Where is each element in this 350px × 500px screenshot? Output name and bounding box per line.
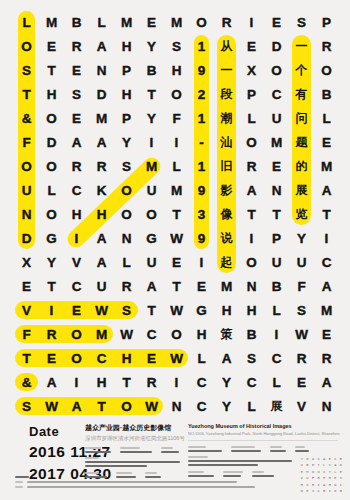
grid-cell: L [239,106,264,130]
grid-cell: L [189,346,214,370]
grid-cell: 一 [214,58,239,82]
grid-cell: 旧 [214,154,239,178]
grid-cell: B [239,322,264,346]
grid-cell: R [289,346,314,370]
fine-print-line [85,472,99,474]
grid-cell: H [189,322,214,346]
grid-cell: M [164,10,189,34]
grid-cell: F [164,106,189,130]
grid-cell: C [64,274,89,298]
grid-cell: M [214,274,239,298]
fine-print-line [85,461,180,463]
grid-cell: S [239,346,264,370]
credit-col [188,446,222,452]
footer: Date 2016 11.27 2017 04.30 越众产业园·越众历史影像馆… [0,418,350,500]
grid-cell: X [14,250,39,274]
grid-cell: O [139,202,164,226]
grid-cell: R [314,346,339,370]
grid-cell: E [139,346,164,370]
grid-cell: O [114,178,139,202]
fine-print-line [188,471,204,473]
grid-cell: S [289,10,314,34]
grid-cell: O [189,10,214,34]
fine-print-line [188,446,206,448]
grid-cell: R [214,10,239,34]
grid-cell: I [164,130,189,154]
grid-cell: E [314,130,339,154]
fine-print-line [145,472,157,474]
credit-col [120,447,152,453]
fine-print-line [188,456,208,458]
grid-cell: 潮 [214,106,239,130]
grid-cell: N [314,394,339,418]
grid-cell: C [264,82,289,106]
fine-print-line [295,450,309,452]
grid-cell: 说 [214,226,239,250]
fine-print-line [15,486,23,488]
grid-cell: N [239,274,264,298]
grid-cell: N [164,394,189,418]
fine-print-line [85,457,99,459]
grid-cell: S [289,298,314,322]
grid-cell: K [89,178,114,202]
grid-cell: O [164,322,189,346]
grid-cell: F [14,130,39,154]
grid-cell: U [289,250,314,274]
grid-cell: M [314,298,339,322]
fine-print-line [120,451,152,453]
grid-cell: T [314,202,339,226]
grid-cell: L [314,106,339,130]
grid-cell: I [264,322,289,346]
grid-cell: M [39,10,64,34]
grid-cell: E [39,346,64,370]
grid-cell: L [39,178,64,202]
grid-cell: M [264,130,289,154]
fine-print-line [270,446,282,448]
grid-cell: 起 [214,250,239,274]
grid-cell: E [314,322,339,346]
grid-cell: O [264,58,289,82]
grid-cell: B [264,274,289,298]
fine-print-line [85,451,111,453]
grid-cell: T [239,202,264,226]
grid-cell: E [39,34,64,58]
grid-cell: T [264,202,289,226]
grid-cell: - [189,130,214,154]
grid-cell: M [114,10,139,34]
grid-cell: C [139,322,164,346]
grid-cell: A [64,130,89,154]
grid-cell: I [164,370,189,394]
grid-cell: Y [39,250,64,274]
grid-cell: O [239,250,264,274]
grid-cell: W [139,394,164,418]
grid-cell: O [14,34,39,58]
footnotes [15,476,265,488]
grid-cell: 有 [289,82,314,106]
grid-cell: I [64,370,89,394]
grid-cell: O [114,394,139,418]
grid-cell: L [89,10,114,34]
grid-cell: R [64,34,89,58]
grid-cell: L [14,10,39,34]
grid-cell: B [314,82,339,106]
grid-cell: A [89,250,114,274]
fine-print-line [85,465,147,467]
footnote-line [15,481,265,483]
grid-cell: R [114,274,139,298]
grid-cell: E [64,58,89,82]
fine-print-line [188,464,258,466]
grid-cell: O [64,322,89,346]
grid-cell: R [139,370,164,394]
grid-cell: T [89,394,114,418]
grid-cell: Y [214,394,239,418]
grid-cell: E [264,10,289,34]
grid-cell: T [164,274,189,298]
fine-print-line [161,451,179,453]
grid-cell: 1 [189,34,214,58]
grid-cell: 从 [214,34,239,58]
grid-cell: W [164,226,189,250]
fine-print-line [270,450,286,452]
grid-cell: 9 [189,178,214,202]
word-search-grid: LMBLMEMORIESPOERAHYS1从ED一RSTENPBH9一XO个OT… [14,10,339,418]
grid-cell: E [239,34,264,58]
grid-cell: 题 [289,130,314,154]
grid-cell: O [39,202,64,226]
grid-cell: M [314,154,339,178]
grid-cell: 影 [214,178,239,202]
credit-col [85,447,111,453]
grid-cell: R [64,154,89,178]
grid-cell: C [89,346,114,370]
grid-cell: W [164,346,189,370]
grid-cell: D [39,130,64,154]
grid-cell: C [189,370,214,394]
fine-print-line [231,446,255,448]
grid-cell: A [64,394,89,418]
fine-print-line [15,476,29,478]
grid-cell: 1 [189,106,214,130]
grid-cell: 展 [289,178,314,202]
grid-cell: H [239,298,264,322]
grid-cell: M [89,106,114,130]
grid-cell: 一 [289,34,314,58]
grid-cell: U [139,178,164,202]
grid-cell: Y [214,370,239,394]
grid-cell: Y [114,130,139,154]
grid-cell: O [14,154,39,178]
credit-col [270,446,286,452]
grid-cell: M [89,322,114,346]
grid-cell: E [264,154,289,178]
grid-cell: S [114,298,139,322]
grid-cell: O [239,130,264,154]
grid-cell: I [189,250,214,274]
grid-cell: M [139,154,164,178]
grid-cell: O [64,346,89,370]
grid-cell: 3 [189,202,214,226]
grid-cell: T [164,202,189,226]
grid-cell: A [314,370,339,394]
grid-cell: I [239,226,264,250]
credits-zh-row-1 [85,447,185,453]
grid-cell: E [289,370,314,394]
fine-print-line [27,481,237,483]
fine-print-line [188,460,292,462]
grid-cell: H [64,202,89,226]
credit-col [231,446,261,452]
venue-name-en: Yuezhong Museum of Historical Images [188,423,345,429]
venue-name-zh: 越众产业园·越众历史影像馆 [85,423,185,433]
grid-cell: E [14,274,39,298]
fine-print-line [231,450,261,452]
grid-cell: A [314,274,339,298]
grid-cell: F [289,274,314,298]
grid-cell: D [89,82,114,106]
grid-cell: 汕 [214,130,239,154]
grid-cell: E [64,298,89,322]
grid-cell: L [164,154,189,178]
venue-zh-block: 越众产业园·越众历史影像馆 深圳市罗湖区清水河街道红岗北路1106号 [85,423,185,478]
fine-print-line [188,450,222,452]
grid-cell: L [114,250,139,274]
grid-cell: T [39,58,64,82]
grid-cell: D [264,34,289,58]
grid-cell: A [239,178,264,202]
grid-cell: A [214,346,239,370]
decorative-mini-grid: YNUSAECRUGMTLSADEMOOIYLEZUFRMMESHSHIAHNI… [299,456,344,494]
grid-cell: X [239,58,264,82]
grid-cell: 段 [214,82,239,106]
letter-grid: LMBLMEMORIESPOERAHYS1从ED一RSTENPBH9一XO个OT… [14,10,339,418]
grid-cell: I [314,226,339,250]
grid-cell: 展 [264,394,289,418]
grid-cell: U [89,274,114,298]
grid-cell: V [64,250,89,274]
credits-zh-row-2 [85,457,185,467]
grid-cell: H [114,346,139,370]
grid-cell: E [139,10,164,34]
grid-cell: R [239,154,264,178]
grid-cell: W [39,394,64,418]
grid-cell: S [14,58,39,82]
grid-cell: C [64,178,89,202]
grid-cell: U [14,178,39,202]
grid-cell: N [264,178,289,202]
grid-cell: H [89,202,114,226]
fine-print-line [116,472,132,474]
grid-cell: 像 [214,202,239,226]
grid-cell: A [39,370,64,394]
fine-print-line [15,481,23,483]
grid-cell: S [64,82,89,106]
grid-cell: O [314,58,339,82]
grid-cell: A [89,34,114,58]
grid-cell: R [314,34,339,58]
grid-cell: W [164,298,189,322]
grid-cell: L [239,394,264,418]
grid-cell: H [39,82,64,106]
credit-col [295,446,309,452]
grid-cell: 2 [189,82,214,106]
poster: LMBLMEMORIESPOERAHYS1从ED一RSTENPBH9一XO个OT… [0,0,350,500]
grid-cell: T [39,274,64,298]
grid-cell: B [139,58,164,82]
grid-cell: O [39,106,64,130]
grid-cell: A [89,130,114,154]
grid-cell: T [14,346,39,370]
grid-cell: O [39,154,64,178]
grid-cell: S [114,154,139,178]
grid-cell: V [14,298,39,322]
grid-cell: H [114,34,139,58]
grid-cell: P [264,226,289,250]
grid-cell: S [164,34,189,58]
grid-cell: 9 [189,226,214,250]
grid-cell: C [189,394,214,418]
divider [188,440,338,441]
fine-print-line [223,471,243,473]
grid-cell: & [14,106,39,130]
grid-cell: N [14,202,39,226]
grid-cell: 问 [289,106,314,130]
grid-cell: 个 [289,58,314,82]
grid-cell: L [264,370,289,394]
grid-cell: H [114,82,139,106]
grid-cell: P [314,10,339,34]
grid-cell: F [14,322,39,346]
grid-cell: H [89,370,114,394]
fine-print-line [252,471,264,473]
grid-cell: A [314,178,339,202]
grid-cell: E [164,250,189,274]
grid-cell: U [264,106,289,130]
grid-cell: 1 [189,154,214,178]
grid-cell: C [314,250,339,274]
grid-cell: & [14,370,39,394]
grid-cell: R [89,154,114,178]
grid-cell: T [139,298,164,322]
grid-cell: I [139,130,164,154]
grid-cell: 9 [189,58,214,82]
grid-cell: 策 [214,322,239,346]
credits-en-row-1 [188,446,345,452]
grid-cell: Y [289,226,314,250]
fine-print-line [120,447,140,449]
grid-cell: N [114,226,139,250]
grid-cell: M [164,178,189,202]
fine-print-line [27,486,255,488]
grid-cell: H [214,298,239,322]
grid-cell: A [139,274,164,298]
grid-cell: T [14,82,39,106]
grid-cell: P [114,106,139,130]
grid-cell: A [89,226,114,250]
grid-cell: P [239,82,264,106]
grid-cell: O [114,202,139,226]
grid-cell: C [239,370,264,394]
grid-cell: G [39,226,64,250]
grid-cell: V [289,394,314,418]
fine-print-line [161,447,173,449]
grid-cell: H [164,58,189,82]
grid-cell: R [39,322,64,346]
grid-cell: I [239,10,264,34]
grid-cell: L [264,298,289,322]
grid-cell: D [14,226,39,250]
grid-cell: T [139,82,164,106]
grid-cell: Y [139,34,164,58]
grid-cell: E [64,106,89,130]
mini-grid-cell: G [338,488,344,494]
grid-cell: Y [139,106,164,130]
venue-address-zh: 深圳市罗湖区清水河街道红岗北路1106号 [85,435,185,442]
grid-cell: T [114,370,139,394]
grid-cell: P [114,58,139,82]
grid-cell: U [139,250,164,274]
grid-cell: I [39,298,64,322]
venue-address-en: NO.1106, Yuezhong Industrial Park, North… [188,431,340,436]
grid-cell: 的 [289,154,314,178]
credit-col [161,447,179,453]
grid-cell: B [64,10,89,34]
grid-cell: 览 [289,202,314,226]
grid-cell: S [14,394,39,418]
grid-cell: W [89,298,114,322]
grid-cell: G [139,226,164,250]
grid-cell: W [114,322,139,346]
grid-cell: I [64,226,89,250]
grid-cell: E [189,274,214,298]
footnote-line [15,486,265,488]
grid-cell: G [189,298,214,322]
grid-cell: N [89,58,114,82]
fine-print-line [85,447,101,449]
grid-cell: C [264,346,289,370]
grid-cell: U [264,250,289,274]
fine-print-line [295,446,305,448]
grid-cell: W [289,322,314,346]
grid-cell: O [164,82,189,106]
